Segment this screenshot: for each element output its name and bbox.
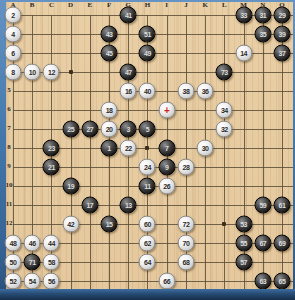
black-stone-9: 9 <box>158 159 175 176</box>
black-stone-11: 11 <box>139 178 156 195</box>
column-label: H <box>141 1 153 11</box>
white-stone-62: 62 <box>139 235 156 252</box>
black-stone-17: 17 <box>81 197 98 214</box>
white-stone-70: 70 <box>177 235 194 252</box>
white-stone-14: 14 <box>235 45 252 62</box>
black-stone-39: 39 <box>273 26 290 43</box>
white-stone-46: 46 <box>24 235 41 252</box>
column-label: C <box>45 1 57 11</box>
go-board[interactable]: ABCDEFGHIJKLMNO1234567891011121314151234… <box>6 2 293 289</box>
window-bottom-bar <box>0 289 295 300</box>
row-label: 9 <box>3 162 15 172</box>
row-label: 11 <box>3 200 15 210</box>
white-stone-18: 18 <box>101 102 118 119</box>
row-label: 12 <box>3 219 15 229</box>
row-label: 8 <box>3 143 15 153</box>
white-stone-38: 38 <box>177 83 194 100</box>
white-stone-36: 36 <box>197 83 214 100</box>
white-stone-68: 68 <box>177 254 194 271</box>
column-label: B <box>26 1 38 11</box>
black-stone-51: 51 <box>139 26 156 43</box>
black-stone-41: 41 <box>120 7 137 24</box>
black-stone-31: 31 <box>254 7 271 24</box>
black-stone-63: 63 <box>254 273 271 290</box>
black-stone-3: 3 <box>120 121 137 138</box>
black-stone-73: 73 <box>216 64 233 81</box>
white-stone-20: 20 <box>101 121 118 138</box>
black-stone-69: 69 <box>273 235 290 252</box>
white-stone-74: + <box>158 102 175 119</box>
white-stone-34: 34 <box>216 102 233 119</box>
white-stone-8: 8 <box>5 64 22 81</box>
column-label: E <box>84 1 96 11</box>
white-stone-24: 24 <box>139 159 156 176</box>
star-point <box>145 146 149 150</box>
star-point <box>222 222 226 226</box>
last-move-marker: + <box>164 105 169 115</box>
black-stone-71: 71 <box>24 254 41 271</box>
white-stone-26: 26 <box>158 178 175 195</box>
black-stone-13: 13 <box>120 197 137 214</box>
black-stone-45: 45 <box>101 45 118 62</box>
white-stone-60: 60 <box>139 216 156 233</box>
white-stone-72: 72 <box>177 216 194 233</box>
white-stone-22: 22 <box>120 140 137 157</box>
white-stone-12: 12 <box>43 64 60 81</box>
grid-line-horizontal <box>13 110 293 111</box>
row-label: 7 <box>3 124 15 134</box>
white-stone-32: 32 <box>216 121 233 138</box>
column-label: F <box>103 1 115 11</box>
column-label: D <box>65 1 77 11</box>
black-stone-43: 43 <box>101 26 118 43</box>
white-stone-42: 42 <box>62 216 79 233</box>
black-stone-61: 61 <box>273 197 290 214</box>
black-stone-7: 7 <box>158 140 175 157</box>
black-stone-33: 33 <box>235 7 252 24</box>
grid-line-vertical <box>90 15 91 289</box>
row-label: 6 <box>3 105 15 115</box>
black-stone-55: 55 <box>235 235 252 252</box>
black-stone-29: 29 <box>273 7 290 24</box>
white-stone-30: 30 <box>197 140 214 157</box>
black-stone-25: 25 <box>62 121 79 138</box>
white-stone-64: 64 <box>139 254 156 271</box>
white-stone-48: 48 <box>5 235 22 252</box>
black-stone-19: 19 <box>62 178 79 195</box>
white-stone-56: 56 <box>43 273 60 290</box>
black-stone-65: 65 <box>273 273 290 290</box>
black-stone-5: 5 <box>139 121 156 138</box>
black-stone-27: 27 <box>81 121 98 138</box>
black-stone-49: 49 <box>139 45 156 62</box>
app-frame: ABCDEFGHIJKLMNO1234567891011121314151234… <box>0 0 295 300</box>
black-stone-35: 35 <box>254 26 271 43</box>
column-label: L <box>218 1 230 11</box>
black-stone-53: 53 <box>235 216 252 233</box>
row-label: 10 <box>3 181 15 191</box>
white-stone-10: 10 <box>24 64 41 81</box>
grid-line-horizontal <box>13 205 293 206</box>
white-stone-2: 2 <box>5 7 22 24</box>
black-stone-23: 23 <box>43 140 60 157</box>
white-stone-40: 40 <box>139 83 156 100</box>
grid-line-vertical <box>224 15 225 289</box>
black-stone-57: 57 <box>235 254 252 271</box>
black-stone-15: 15 <box>101 216 118 233</box>
white-stone-54: 54 <box>24 273 41 290</box>
white-stone-52: 52 <box>5 273 22 290</box>
white-stone-44: 44 <box>43 235 60 252</box>
white-stone-4: 4 <box>5 26 22 43</box>
white-stone-66: 66 <box>158 273 175 290</box>
black-stone-21: 21 <box>43 159 60 176</box>
white-stone-28: 28 <box>177 159 194 176</box>
white-stone-6: 6 <box>5 45 22 62</box>
row-label: 5 <box>3 86 15 96</box>
black-stone-59: 59 <box>254 197 271 214</box>
black-stone-1: 1 <box>101 140 118 157</box>
star-point <box>69 70 73 74</box>
black-stone-67: 67 <box>254 235 271 252</box>
black-stone-47: 47 <box>120 64 137 81</box>
grid-line-vertical <box>71 15 72 289</box>
white-stone-50: 50 <box>5 254 22 271</box>
column-label: I <box>161 1 173 11</box>
white-stone-16: 16 <box>120 83 137 100</box>
column-label: K <box>199 1 211 11</box>
white-stone-58: 58 <box>43 254 60 271</box>
column-label: J <box>180 1 192 11</box>
black-stone-37: 37 <box>273 45 290 62</box>
